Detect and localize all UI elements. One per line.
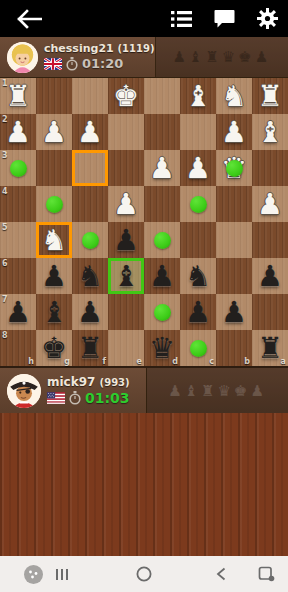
square-b2[interactable]: ♟: [216, 114, 252, 150]
opponent-data: chessing21 (1119) 01:20: [44, 43, 155, 71]
square-c4[interactable]: [180, 186, 216, 222]
square-g1[interactable]: [36, 78, 72, 114]
piece-black-pawn[interactable]: ♟: [252, 258, 288, 294]
uk-flag-icon: [44, 58, 62, 70]
recents-icon: [56, 569, 68, 580]
piece-black-pawn[interactable]: ♟: [36, 258, 72, 294]
piece-black-pawn[interactable]: ♟: [72, 294, 108, 330]
file-label-c: c: [209, 357, 214, 366]
piece-black-bishop[interactable]: ♝: [36, 294, 72, 330]
piece-white-rook[interactable]: ♜: [252, 78, 288, 114]
square-f3[interactable]: [72, 150, 108, 186]
piece-black-pawn[interactable]: ♟: [216, 294, 252, 330]
legal-move-dot[interactable]: [226, 160, 243, 177]
square-a4[interactable]: ♟: [252, 186, 288, 222]
file-label-f: f: [103, 357, 106, 366]
gear-icon: [257, 8, 278, 29]
legal-move-dot[interactable]: [10, 160, 27, 177]
square-b5[interactable]: [216, 222, 252, 258]
piece-white-pawn[interactable]: ♟: [216, 114, 252, 150]
square-d8[interactable]: d♛: [144, 330, 180, 366]
chess-app-screen: chessing21 (1119) 01:20: [0, 0, 288, 592]
square-g8[interactable]: g♚: [36, 330, 72, 366]
player-avatar[interactable]: [7, 374, 41, 408]
square-e8[interactable]: e: [108, 330, 144, 366]
player-data: mick97 (993): [47, 376, 130, 406]
stopwatch-icon: [69, 391, 81, 405]
square-b7[interactable]: ♟: [216, 294, 252, 330]
opponent-name: chessing21 (1119): [44, 43, 155, 55]
square-a2[interactable]: ♝: [252, 114, 288, 150]
opponent-clock: 01:20: [82, 56, 123, 71]
piece-white-bishop[interactable]: ♝: [180, 78, 216, 114]
player-name: mick97 (993): [47, 376, 130, 389]
square-c8[interactable]: c: [180, 330, 216, 366]
home-button[interactable]: [136, 556, 152, 592]
square-e6[interactable]: ♝: [108, 258, 144, 294]
player-username: mick97: [47, 375, 95, 389]
square-e7[interactable]: [108, 294, 144, 330]
square-a6[interactable]: ♟: [252, 258, 288, 294]
square-c7[interactable]: ♟: [180, 294, 216, 330]
square-h4[interactable]: 4: [0, 186, 36, 222]
woman-avatar-icon: [7, 42, 38, 73]
piece-white-pawn[interactable]: ♟: [180, 150, 216, 186]
stopwatch-icon: [66, 57, 78, 71]
square-e1[interactable]: ♚: [108, 78, 144, 114]
legal-move-dot[interactable]: [190, 196, 207, 213]
square-f2[interactable]: ♟: [72, 114, 108, 150]
square-c1[interactable]: ♝: [180, 78, 216, 114]
floating-overlay-icon: [24, 565, 43, 584]
piece-white-king[interactable]: ♚: [108, 78, 144, 114]
square-d7[interactable]: [144, 294, 180, 330]
chat-button[interactable]: [214, 9, 235, 29]
player-bar: mick97 (993): [0, 366, 288, 413]
square-d1[interactable]: [144, 78, 180, 114]
square-g6[interactable]: ♟: [36, 258, 72, 294]
square-e3[interactable]: [108, 150, 144, 186]
legal-move-dot[interactable]: [190, 340, 207, 357]
settings-button[interactable]: [257, 8, 278, 29]
opponent-clock-line: 01:20: [44, 56, 155, 71]
rank-label-5: 5: [2, 223, 8, 232]
piece-white-pawn[interactable]: ♟: [252, 186, 288, 222]
captured-pieces-watermark: ♟♝♜♛♚♟: [168, 382, 267, 400]
square-d3[interactable]: ♟: [144, 150, 180, 186]
square-g4[interactable]: [36, 186, 72, 222]
square-a5[interactable]: [252, 222, 288, 258]
square-a7[interactable]: [252, 294, 288, 330]
piece-white-pawn[interactable]: ♟: [72, 114, 108, 150]
rank-label-1: 1: [2, 79, 8, 88]
square-a1[interactable]: ♜: [252, 78, 288, 114]
square-f6[interactable]: ♞: [72, 258, 108, 294]
square-c3[interactable]: ♟: [180, 150, 216, 186]
opponent-bar: chessing21 (1119) 01:20: [0, 37, 288, 78]
square-b4[interactable]: [216, 186, 252, 222]
piece-black-pawn[interactable]: ♟: [180, 294, 216, 330]
opponent-avatar[interactable]: [7, 42, 38, 73]
square-h2[interactable]: 2♟: [0, 114, 36, 150]
nav-back-icon: [216, 567, 226, 581]
file-label-g: g: [64, 357, 70, 366]
back-arrow-icon: [16, 9, 42, 29]
piece-white-pawn[interactable]: ♟: [108, 186, 144, 222]
square-h1[interactable]: 1♜: [0, 78, 36, 114]
floating-overlay-button[interactable]: [24, 556, 43, 592]
square-b3[interactable]: ♛: [216, 150, 252, 186]
square-d5[interactable]: [144, 222, 180, 258]
square-b8[interactable]: b: [216, 330, 252, 366]
piece-white-bishop[interactable]: ♝: [252, 114, 288, 150]
appbar-actions: [171, 8, 278, 29]
square-g7[interactable]: ♝: [36, 294, 72, 330]
square-c2[interactable]: [180, 114, 216, 150]
opponent-username: chessing21: [44, 42, 114, 55]
square-f4[interactable]: [72, 186, 108, 222]
square-c5[interactable]: [180, 222, 216, 258]
square-f8[interactable]: f♜: [72, 330, 108, 366]
square-h5[interactable]: 5: [0, 222, 36, 258]
file-label-e: e: [137, 357, 142, 366]
square-c6[interactable]: ♞: [180, 258, 216, 294]
capture-button[interactable]: [258, 556, 275, 592]
piece-black-bishop[interactable]: ♝: [108, 258, 144, 294]
square-g2[interactable]: ♟: [36, 114, 72, 150]
file-label-d: d: [172, 357, 178, 366]
player-clock-line: 01:03: [47, 390, 130, 406]
square-f5[interactable]: [72, 222, 108, 258]
square-e5[interactable]: ♟: [108, 222, 144, 258]
android-nav-bar: [0, 556, 288, 592]
opponent-info: chessing21 (1119) 01:20: [0, 37, 155, 77]
captured-pieces-watermark: ♟♝♜♛♚♟: [172, 48, 271, 66]
square-e4[interactable]: ♟: [108, 186, 144, 222]
square-h6[interactable]: 6: [0, 258, 36, 294]
player-info: mick97 (993): [0, 368, 146, 413]
opponent-rating: (1119): [118, 43, 155, 54]
square-b1[interactable]: ♞: [216, 78, 252, 114]
rank-label-8: 8: [2, 331, 8, 340]
chess-board: 1♜♚♝♞♜2♟♟♟♟♝3♟♟♛4♟♟5♞♟6♟♞♝♟♞♟7♟♝♟♟♟8hg♚f…: [0, 78, 288, 366]
square-e2[interactable]: [108, 114, 144, 150]
legal-move-dot[interactable]: [154, 304, 171, 321]
nav-back-button[interactable]: [216, 556, 226, 592]
square-d2[interactable]: [144, 114, 180, 150]
square-a8[interactable]: a♜: [252, 330, 288, 366]
piece-white-knight[interactable]: ♞: [36, 222, 72, 258]
square-b6[interactable]: [216, 258, 252, 294]
legal-move-dot[interactable]: [82, 232, 99, 249]
legal-move-dot[interactable]: [154, 232, 171, 249]
square-g5[interactable]: ♞: [36, 222, 72, 258]
recents-button[interactable]: [56, 556, 68, 592]
piece-black-knight[interactable]: ♞: [72, 258, 108, 294]
square-h8[interactable]: 8h: [0, 330, 36, 366]
opponent-captured-tray: ♟♝♜♛♚♟: [155, 37, 288, 77]
pirate-avatar-icon: [7, 374, 41, 408]
piece-white-pawn[interactable]: ♟: [144, 150, 180, 186]
rank-label-3: 3: [2, 151, 8, 160]
square-f1[interactable]: [72, 78, 108, 114]
player-rating: (993): [100, 377, 130, 388]
square-d6[interactable]: ♟: [144, 258, 180, 294]
capture-icon: [258, 566, 275, 582]
legal-move-dot[interactable]: [46, 196, 63, 213]
file-label-h: h: [28, 357, 34, 366]
rank-label-4: 4: [2, 187, 8, 196]
back-button[interactable]: [16, 9, 42, 29]
rank-label-7: 7: [2, 295, 8, 304]
piece-white-knight[interactable]: ♞: [216, 78, 252, 114]
piece-white-pawn[interactable]: ♟: [36, 114, 72, 150]
piece-black-pawn[interactable]: ♟: [108, 222, 144, 258]
file-label-a: a: [281, 357, 286, 366]
piece-black-pawn[interactable]: ♟: [144, 258, 180, 294]
move-list-button[interactable]: [171, 10, 192, 28]
square-a3[interactable]: [252, 150, 288, 186]
background-wood-panel: [0, 413, 288, 556]
player-clock: 01:03: [85, 390, 130, 406]
us-flag-icon: [47, 392, 65, 404]
square-f7[interactable]: ♟: [72, 294, 108, 330]
player-captured-tray: ♟♝♜♛♚♟: [146, 368, 288, 413]
square-g3[interactable]: [36, 150, 72, 186]
move-list-icon: [171, 10, 192, 28]
square-d4[interactable]: [144, 186, 180, 222]
chat-icon: [214, 9, 235, 29]
file-label-b: b: [244, 357, 250, 366]
home-icon: [136, 566, 152, 582]
app-bar: [0, 0, 288, 37]
square-h3[interactable]: 3: [0, 150, 36, 186]
square-h7[interactable]: 7♟: [0, 294, 36, 330]
rank-label-6: 6: [2, 259, 8, 268]
rank-label-2: 2: [2, 115, 8, 124]
piece-black-knight[interactable]: ♞: [180, 258, 216, 294]
